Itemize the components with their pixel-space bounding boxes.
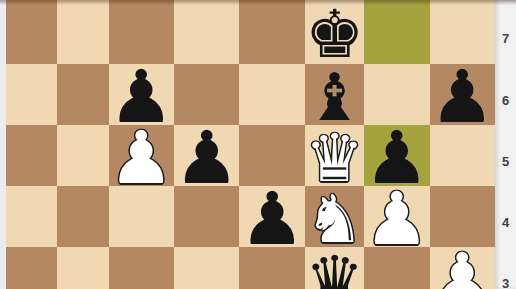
black-queen[interactable]: ♛ <box>305 248 364 289</box>
rank-label-7: 7 <box>495 6 516 70</box>
black-pawn[interactable]: ♟ <box>174 121 239 194</box>
chess-board: ♚♟♝♟♟♟♛♟♟♞♟♛♟ <box>6 0 495 289</box>
square-h3[interactable]: ♟ <box>430 247 495 289</box>
square-f7[interactable]: ♚ <box>305 0 364 64</box>
square-f4[interactable]: ♞ <box>305 186 364 247</box>
black-pawn[interactable]: ♟ <box>430 60 495 133</box>
square-c3[interactable] <box>109 247 174 289</box>
square-e6[interactable] <box>239 64 304 125</box>
square-b3[interactable] <box>57 247 108 289</box>
square-g7[interactable] <box>364 0 429 64</box>
square-d5[interactable]: ♟ <box>174 125 239 186</box>
square-b4[interactable] <box>57 186 108 247</box>
square-e3[interactable] <box>239 247 304 289</box>
rank-label-5: 5 <box>495 131 516 192</box>
white-pawn[interactable]: ♟ <box>364 182 429 255</box>
square-f6[interactable]: ♝ <box>305 64 364 125</box>
square-b6[interactable] <box>57 64 108 125</box>
square-h6[interactable]: ♟ <box>430 64 495 125</box>
square-a5[interactable] <box>6 125 57 186</box>
white-pawn[interactable]: ♟ <box>109 121 174 194</box>
square-d7[interactable] <box>174 0 239 64</box>
square-b5[interactable] <box>57 125 108 186</box>
square-a6[interactable] <box>6 64 57 125</box>
rank-label-6: 6 <box>495 70 516 131</box>
rank-coordinate-gutter: 76543 <box>495 0 516 289</box>
square-b7[interactable] <box>57 0 108 64</box>
chess-board-viewport: ♚♟♝♟♟♟♛♟♟♞♟♛♟ 76543 <box>0 0 516 289</box>
square-g3[interactable] <box>364 247 429 289</box>
square-e7[interactable] <box>239 0 304 64</box>
square-a4[interactable] <box>6 186 57 247</box>
rank-label-3: 3 <box>495 253 516 289</box>
white-pawn[interactable]: ♟ <box>430 243 495 289</box>
black-pawn[interactable]: ♟ <box>239 182 304 255</box>
square-a7[interactable] <box>6 0 57 64</box>
square-d3[interactable] <box>174 247 239 289</box>
square-a3[interactable] <box>6 247 57 289</box>
square-g4[interactable]: ♟ <box>364 186 429 247</box>
square-h5[interactable] <box>430 125 495 186</box>
rank-label-4: 4 <box>495 192 516 253</box>
square-e4[interactable]: ♟ <box>239 186 304 247</box>
square-f3[interactable]: ♛ <box>305 247 364 289</box>
square-c5[interactable]: ♟ <box>109 125 174 186</box>
square-f5[interactable]: ♛ <box>305 125 364 186</box>
square-c4[interactable] <box>109 186 174 247</box>
square-d4[interactable] <box>174 186 239 247</box>
